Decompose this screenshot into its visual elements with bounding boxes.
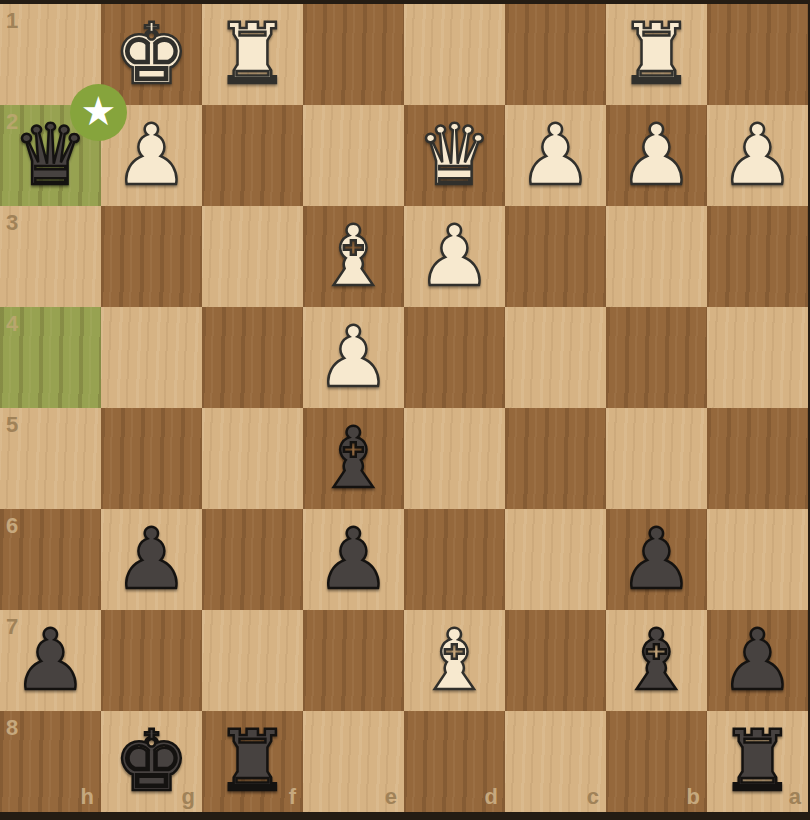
square-h1[interactable]: 1: [0, 4, 101, 105]
square-c5[interactable]: [505, 408, 606, 509]
square-a5[interactable]: [707, 408, 808, 509]
piece-white-queen-d2[interactable]: ♛: [404, 105, 505, 206]
rank-label-6: 6: [6, 515, 18, 537]
square-h8[interactable]: 8h: [0, 711, 101, 812]
square-e2[interactable]: [303, 105, 404, 206]
square-c1[interactable]: [505, 4, 606, 105]
file-label-b: b: [687, 786, 700, 808]
piece-black-rook-f8[interactable]: ♜: [202, 711, 303, 812]
square-b6[interactable]: ♟: [606, 509, 707, 610]
square-f7[interactable]: [202, 610, 303, 711]
square-d7[interactable]: ♝: [404, 610, 505, 711]
square-d4[interactable]: [404, 307, 505, 408]
square-b7[interactable]: ♝: [606, 610, 707, 711]
piece-black-queen-h2[interactable]: ♛: [0, 105, 101, 206]
piece-black-pawn-h7[interactable]: ♟: [0, 610, 101, 711]
square-h7[interactable]: ♟7: [0, 610, 101, 711]
piece-white-pawn-c2[interactable]: ♟: [505, 105, 606, 206]
piece-white-pawn-a2[interactable]: ♟: [707, 105, 808, 206]
file-label-c: c: [587, 786, 599, 808]
piece-white-king-g1[interactable]: ♚: [101, 4, 202, 105]
square-g7[interactable]: [101, 610, 202, 711]
square-a3[interactable]: [707, 206, 808, 307]
square-c3[interactable]: [505, 206, 606, 307]
square-e7[interactable]: [303, 610, 404, 711]
square-c8[interactable]: c: [505, 711, 606, 812]
piece-black-pawn-a7[interactable]: ♟: [707, 610, 808, 711]
square-g3[interactable]: [101, 206, 202, 307]
square-c2[interactable]: ♟: [505, 105, 606, 206]
square-e4[interactable]: ♟: [303, 307, 404, 408]
square-b1[interactable]: ♜: [606, 4, 707, 105]
square-g8[interactable]: ♚g: [101, 711, 202, 812]
rank-label-5: 5: [6, 414, 18, 436]
square-b8[interactable]: b: [606, 711, 707, 812]
piece-white-bishop-e3[interactable]: ♝: [303, 206, 404, 307]
square-a8[interactable]: ♜a: [707, 711, 808, 812]
square-f4[interactable]: [202, 307, 303, 408]
piece-black-king-g8[interactable]: ♚: [101, 711, 202, 812]
piece-white-pawn-d3[interactable]: ♟: [404, 206, 505, 307]
piece-black-pawn-g6[interactable]: ♟: [101, 509, 202, 610]
piece-white-pawn-g2[interactable]: ♟: [101, 105, 202, 206]
square-d3[interactable]: ♟: [404, 206, 505, 307]
file-label-e: e: [385, 786, 397, 808]
file-label-d: d: [485, 786, 498, 808]
chess-app-background: { "game": "chess", "position": { "fen": …: [0, 0, 810, 820]
square-c7[interactable]: [505, 610, 606, 711]
piece-black-bishop-e5[interactable]: ♝: [303, 408, 404, 509]
rank-label-3: 3: [6, 212, 18, 234]
piece-white-rook-f1[interactable]: ♜: [202, 4, 303, 105]
chess-board: ★ 1♚♜♜♛2♟♛♟♟♟3♝♟4♟5♝6♟♟♟♟7♝♝♟8h♚g♜fedcb♜…: [0, 4, 808, 812]
square-h5[interactable]: 5: [0, 408, 101, 509]
square-d6[interactable]: [404, 509, 505, 610]
square-f8[interactable]: ♜f: [202, 711, 303, 812]
piece-black-bishop-b7[interactable]: ♝: [606, 610, 707, 711]
square-a7[interactable]: ♟: [707, 610, 808, 711]
piece-white-pawn-b2[interactable]: ♟: [606, 105, 707, 206]
square-a6[interactable]: [707, 509, 808, 610]
square-f2[interactable]: [202, 105, 303, 206]
square-e5[interactable]: ♝: [303, 408, 404, 509]
square-b5[interactable]: [606, 408, 707, 509]
square-g1[interactable]: ♚: [101, 4, 202, 105]
piece-white-bishop-d7[interactable]: ♝: [404, 610, 505, 711]
square-h3[interactable]: 3: [0, 206, 101, 307]
square-a2[interactable]: ♟: [707, 105, 808, 206]
piece-black-rook-a8[interactable]: ♜: [707, 711, 808, 812]
square-h2[interactable]: ♛2: [0, 105, 101, 206]
square-g4[interactable]: [101, 307, 202, 408]
piece-white-pawn-e4[interactable]: ♟: [303, 307, 404, 408]
square-f6[interactable]: [202, 509, 303, 610]
square-h6[interactable]: 6: [0, 509, 101, 610]
square-f5[interactable]: [202, 408, 303, 509]
square-d1[interactable]: [404, 4, 505, 105]
square-g2[interactable]: ♟: [101, 105, 202, 206]
square-a1[interactable]: [707, 4, 808, 105]
rank-label-8: 8: [6, 717, 18, 739]
square-e8[interactable]: e: [303, 711, 404, 812]
square-e3[interactable]: ♝: [303, 206, 404, 307]
square-d5[interactable]: [404, 408, 505, 509]
piece-black-pawn-b6[interactable]: ♟: [606, 509, 707, 610]
square-g6[interactable]: ♟: [101, 509, 202, 610]
square-c6[interactable]: [505, 509, 606, 610]
file-label-h: h: [81, 786, 94, 808]
square-a4[interactable]: [707, 307, 808, 408]
square-f3[interactable]: [202, 206, 303, 307]
square-d8[interactable]: d: [404, 711, 505, 812]
piece-black-pawn-e6[interactable]: ♟: [303, 509, 404, 610]
square-b3[interactable]: [606, 206, 707, 307]
square-b2[interactable]: ♟: [606, 105, 707, 206]
rank-label-1: 1: [6, 10, 18, 32]
square-c4[interactable]: [505, 307, 606, 408]
square-h4[interactable]: 4: [0, 307, 101, 408]
square-f1[interactable]: ♜: [202, 4, 303, 105]
rank-label-4: 4: [6, 313, 18, 335]
square-e6[interactable]: ♟: [303, 509, 404, 610]
square-e1[interactable]: [303, 4, 404, 105]
square-d2[interactable]: ♛: [404, 105, 505, 206]
piece-white-rook-b1[interactable]: ♜: [606, 4, 707, 105]
square-b4[interactable]: [606, 307, 707, 408]
square-g5[interactable]: [101, 408, 202, 509]
